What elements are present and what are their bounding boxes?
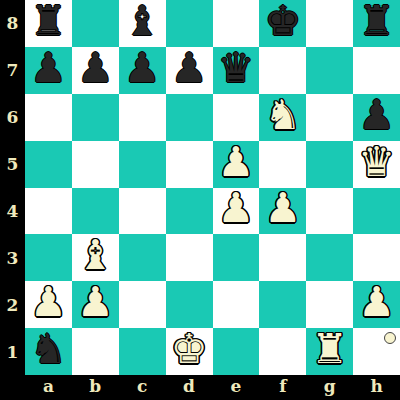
piece-black-pawn: ♟ bbox=[30, 48, 67, 89]
rank-label-1: 1 bbox=[0, 328, 25, 375]
rank-labels: 87654321 bbox=[0, 0, 25, 375]
square-d8[interactable] bbox=[166, 0, 213, 47]
square-g2[interactable] bbox=[306, 281, 353, 328]
square-a4[interactable] bbox=[25, 188, 72, 235]
square-f5[interactable] bbox=[259, 141, 306, 188]
square-a3[interactable] bbox=[25, 234, 72, 281]
rank-label-6: 6 bbox=[0, 94, 25, 141]
piece-white-knight: ♞ bbox=[264, 95, 301, 136]
square-c7[interactable]: ♟ bbox=[119, 47, 166, 94]
piece-black-pawn: ♟ bbox=[171, 48, 208, 89]
square-h7[interactable] bbox=[353, 47, 400, 94]
square-c5[interactable] bbox=[119, 141, 166, 188]
square-e5[interactable]: ♟ bbox=[213, 141, 260, 188]
square-h8[interactable]: ♜ bbox=[353, 0, 400, 47]
square-b4[interactable] bbox=[72, 188, 119, 235]
piece-white-king: ♚ bbox=[171, 329, 208, 370]
square-a5[interactable] bbox=[25, 141, 72, 188]
piece-black-knight: ♞ bbox=[30, 329, 67, 370]
piece-white-pawn: ♟ bbox=[77, 282, 114, 323]
piece-black-queen: ♛ bbox=[218, 48, 255, 89]
square-e7[interactable]: ♛ bbox=[213, 47, 260, 94]
square-b8[interactable] bbox=[72, 0, 119, 47]
chess-ui: ♜♝♚♜♟♟♟♟♛♞♟♟♛♟♟♝♟♟♟♞♚♜ 87654321 abcdefgh bbox=[0, 0, 400, 400]
piece-white-pawn: ♟ bbox=[264, 188, 301, 229]
square-d7[interactable]: ♟ bbox=[166, 47, 213, 94]
square-g7[interactable] bbox=[306, 47, 353, 94]
rank-label-8: 8 bbox=[0, 0, 25, 47]
rank-label-4: 4 bbox=[0, 188, 25, 235]
square-a6[interactable] bbox=[25, 94, 72, 141]
square-g6[interactable] bbox=[306, 94, 353, 141]
file-label-e: e bbox=[213, 375, 260, 400]
square-f3[interactable] bbox=[259, 234, 306, 281]
rank-label-2: 2 bbox=[0, 281, 25, 328]
square-d6[interactable] bbox=[166, 94, 213, 141]
chess-board: ♜♝♚♜♟♟♟♟♛♞♟♟♛♟♟♝♟♟♟♞♚♜ bbox=[25, 0, 400, 375]
rank-label-7: 7 bbox=[0, 47, 25, 94]
square-f8[interactable]: ♚ bbox=[259, 0, 306, 47]
square-h6[interactable]: ♟ bbox=[353, 94, 400, 141]
square-c6[interactable] bbox=[119, 94, 166, 141]
square-f4[interactable]: ♟ bbox=[259, 188, 306, 235]
file-labels: abcdefgh bbox=[25, 375, 400, 400]
file-label-a: a bbox=[25, 375, 72, 400]
rank-label-3: 3 bbox=[0, 234, 25, 281]
square-f6[interactable]: ♞ bbox=[259, 94, 306, 141]
file-label-g: g bbox=[306, 375, 353, 400]
file-label-f: f bbox=[259, 375, 306, 400]
square-h2[interactable]: ♟ bbox=[353, 281, 400, 328]
square-f7[interactable] bbox=[259, 47, 306, 94]
piece-white-rook: ♜ bbox=[311, 329, 348, 370]
square-a1[interactable]: ♞ bbox=[25, 328, 72, 375]
square-g3[interactable] bbox=[306, 234, 353, 281]
square-e2[interactable] bbox=[213, 281, 260, 328]
square-h4[interactable] bbox=[353, 188, 400, 235]
square-b2[interactable]: ♟ bbox=[72, 281, 119, 328]
file-label-c: c bbox=[119, 375, 166, 400]
piece-white-pawn: ♟ bbox=[218, 142, 255, 183]
piece-white-pawn: ♟ bbox=[30, 282, 67, 323]
square-b1[interactable] bbox=[72, 328, 119, 375]
piece-black-bishop: ♝ bbox=[124, 1, 161, 42]
square-f1[interactable] bbox=[259, 328, 306, 375]
square-e6[interactable] bbox=[213, 94, 260, 141]
square-f2[interactable] bbox=[259, 281, 306, 328]
square-e4[interactable]: ♟ bbox=[213, 188, 260, 235]
square-c2[interactable] bbox=[119, 281, 166, 328]
square-e3[interactable] bbox=[213, 234, 260, 281]
piece-black-king: ♚ bbox=[264, 1, 301, 42]
piece-black-pawn: ♟ bbox=[77, 48, 114, 89]
square-e8[interactable] bbox=[213, 0, 260, 47]
rank-label-5: 5 bbox=[0, 141, 25, 188]
piece-black-pawn: ♟ bbox=[124, 48, 161, 89]
square-g5[interactable] bbox=[306, 141, 353, 188]
piece-black-pawn: ♟ bbox=[358, 95, 395, 136]
square-a7[interactable]: ♟ bbox=[25, 47, 72, 94]
square-b5[interactable] bbox=[72, 141, 119, 188]
piece-black-rook: ♜ bbox=[30, 1, 67, 42]
square-g4[interactable] bbox=[306, 188, 353, 235]
square-c8[interactable]: ♝ bbox=[119, 0, 166, 47]
piece-white-pawn: ♟ bbox=[358, 282, 395, 323]
square-a2[interactable]: ♟ bbox=[25, 281, 72, 328]
square-b7[interactable]: ♟ bbox=[72, 47, 119, 94]
piece-white-queen: ♛ bbox=[358, 142, 395, 183]
file-label-h: h bbox=[353, 375, 400, 400]
white-to-move-indicator bbox=[384, 332, 396, 344]
square-c1[interactable] bbox=[119, 328, 166, 375]
square-e1[interactable] bbox=[213, 328, 260, 375]
square-d5[interactable] bbox=[166, 141, 213, 188]
square-d1[interactable]: ♚ bbox=[166, 328, 213, 375]
piece-white-pawn: ♟ bbox=[218, 188, 255, 229]
square-b3[interactable]: ♝ bbox=[72, 234, 119, 281]
square-g1[interactable]: ♜ bbox=[306, 328, 353, 375]
square-c4[interactable] bbox=[119, 188, 166, 235]
square-d3[interactable] bbox=[166, 234, 213, 281]
square-h3[interactable] bbox=[353, 234, 400, 281]
square-b6[interactable] bbox=[72, 94, 119, 141]
square-c3[interactable] bbox=[119, 234, 166, 281]
square-d4[interactable] bbox=[166, 188, 213, 235]
piece-black-rook: ♜ bbox=[358, 1, 395, 42]
piece-white-bishop: ♝ bbox=[77, 235, 114, 276]
square-g8[interactable] bbox=[306, 0, 353, 47]
file-label-b: b bbox=[72, 375, 119, 400]
square-d2[interactable] bbox=[166, 281, 213, 328]
file-label-d: d bbox=[166, 375, 213, 400]
square-a8[interactable]: ♜ bbox=[25, 0, 72, 47]
square-h5[interactable]: ♛ bbox=[353, 141, 400, 188]
